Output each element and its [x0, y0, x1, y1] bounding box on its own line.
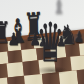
- board-square: [76, 68, 84, 84]
- board-square: [70, 55, 84, 71]
- black-pawn-1: ♟: [8, 31, 20, 48]
- board-square: [24, 74, 43, 84]
- black-queen-front: ♛: [36, 16, 64, 70]
- chess-set-photo: ♜♝♟♜♟♟♝♛♟♞♟: [0, 0, 84, 84]
- board-square: [7, 76, 26, 84]
